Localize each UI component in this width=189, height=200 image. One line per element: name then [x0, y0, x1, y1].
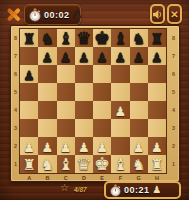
stopwatch-icon: [29, 8, 41, 22]
square-g2[interactable]: ♟: [130, 137, 148, 155]
square-c2[interactable]: ♟: [57, 137, 75, 155]
rank-label-6: 6: [166, 65, 181, 83]
square-f1[interactable]: ♝: [111, 155, 129, 173]
piece-white-pawn[interactable]: ♟: [133, 142, 145, 155]
piece-black-pawn[interactable]: ♟: [151, 52, 163, 65]
piece-white-rook[interactable]: ♜: [150, 158, 163, 173]
star-icon: ☆: [60, 183, 69, 193]
piece-white-knight[interactable]: ♞: [41, 158, 54, 173]
square-b4[interactable]: [38, 101, 56, 119]
square-c3[interactable]: [57, 119, 75, 137]
piece-black-knight[interactable]: ♞: [41, 32, 54, 47]
square-a5[interactable]: [20, 83, 38, 101]
rank-label-2: 2: [166, 137, 181, 155]
rank-label-5: 5: [166, 83, 181, 101]
piece-black-pawn[interactable]: ♟: [42, 52, 54, 65]
close-icon: ✕: [170, 9, 178, 20]
black-clock-panel: 00:02 ♟: [24, 4, 81, 25]
rank-label-2: 2: [11, 137, 20, 155]
piece-white-pawn[interactable]: ♟: [42, 142, 54, 155]
square-h2[interactable]: ♟: [148, 137, 166, 155]
piece-white-bishop[interactable]: ♝: [113, 157, 127, 173]
rank-label-3: 3: [166, 119, 181, 137]
piece-black-king[interactable]: ♚: [94, 29, 110, 47]
square-f7[interactable]: ♟: [111, 47, 129, 65]
rank-label-5: 5: [11, 83, 20, 101]
piece-black-pawn[interactable]: ♟: [115, 52, 127, 65]
square-h6[interactable]: [148, 65, 166, 83]
rank-labels-left: 87654321: [11, 29, 20, 173]
black-clock-time: 00:02: [44, 10, 70, 20]
rank-label-8: 8: [11, 29, 20, 47]
white-clock-panel: 00:21 ♟: [104, 181, 181, 199]
square-g7[interactable]: ♟: [130, 47, 148, 65]
file-label-a: A: [20, 173, 38, 182]
rank-label-4: 4: [166, 101, 181, 119]
piece-white-king[interactable]: ♚: [94, 155, 110, 173]
square-c7[interactable]: ♟: [57, 47, 75, 65]
square-h8[interactable]: ♜: [148, 29, 166, 47]
rank-label-1: 1: [166, 155, 181, 173]
square-d1[interactable]: ♛: [75, 155, 93, 173]
square-a4[interactable]: [20, 101, 38, 119]
square-e1[interactable]: ♚: [93, 155, 111, 173]
square-h7[interactable]: ♟: [148, 47, 166, 65]
square-b5[interactable]: [38, 83, 56, 101]
piece-black-pawn[interactable]: ♟: [23, 70, 35, 83]
piece-black-pawn[interactable]: ♟: [133, 52, 145, 65]
square-f3[interactable]: [111, 119, 129, 137]
square-a8[interactable]: ♜: [20, 29, 38, 47]
rank-label-8: 8: [166, 29, 181, 47]
square-d8[interactable]: ♛: [75, 29, 93, 47]
piece-black-bishop[interactable]: ♝: [113, 31, 127, 47]
piece-black-pawn[interactable]: ♟: [78, 52, 90, 65]
square-c6[interactable]: [57, 65, 75, 83]
square-f2[interactable]: [111, 137, 129, 155]
piece-black-rook[interactable]: ♜: [22, 32, 35, 47]
white-piece-icon: ♟: [153, 185, 162, 195]
white-clock-time: 00:21: [124, 185, 150, 195]
piece-black-pawn[interactable]: ♟: [96, 52, 108, 65]
square-b7[interactable]: ♟: [38, 47, 56, 65]
square-e7[interactable]: ♟: [93, 47, 111, 65]
square-f4[interactable]: ♟: [111, 101, 129, 119]
piece-white-bishop[interactable]: ♝: [58, 157, 72, 173]
square-d4[interactable]: [75, 101, 93, 119]
piece-white-pawn[interactable]: ♟: [151, 142, 163, 155]
piece-white-pawn[interactable]: ♟: [23, 142, 35, 155]
square-e4[interactable]: [93, 101, 111, 119]
square-f8[interactable]: ♝: [111, 29, 129, 47]
piece-white-queen[interactable]: ♛: [76, 156, 91, 173]
rank-label-6: 6: [11, 65, 20, 83]
square-b3[interactable]: [38, 119, 56, 137]
rank-label-4: 4: [11, 101, 20, 119]
chess-board: ♜♞♝♛♚♝♞♜♟♟♟♟♟♟♟♟♟♟♟♟♟♟♟♟♜♞♝♛♚♝♞♜: [20, 29, 166, 173]
square-a7[interactable]: [20, 47, 38, 65]
square-g3[interactable]: [130, 119, 148, 137]
piece-white-knight[interactable]: ♞: [132, 158, 145, 173]
square-h3[interactable]: [148, 119, 166, 137]
square-a3[interactable]: [20, 119, 38, 137]
file-label-b: B: [38, 173, 56, 182]
square-d5[interactable]: [75, 83, 93, 101]
stopwatch-icon: [110, 184, 121, 197]
square-e3[interactable]: [93, 119, 111, 137]
square-g1[interactable]: ♞: [130, 155, 148, 173]
square-d3[interactable]: [75, 119, 93, 137]
square-b6[interactable]: [38, 65, 56, 83]
piece-black-rook[interactable]: ♜: [150, 32, 163, 47]
square-h4[interactable]: [148, 101, 166, 119]
square-b2[interactable]: ♟: [38, 137, 56, 155]
file-label-c: C: [57, 173, 75, 182]
piece-white-pawn[interactable]: ♟: [115, 106, 127, 119]
rank-label-3: 3: [11, 119, 20, 137]
square-g4[interactable]: [130, 101, 148, 119]
piece-white-rook[interactable]: ♜: [22, 158, 35, 173]
square-d2[interactable]: ♟: [75, 137, 93, 155]
square-g8[interactable]: ♞: [130, 29, 148, 47]
square-e5[interactable]: [93, 83, 111, 101]
rank-labels-right: 87654321: [166, 29, 181, 173]
square-e6[interactable]: [93, 65, 111, 83]
sound-button[interactable]: [150, 4, 165, 24]
score-value: 4/87: [74, 186, 87, 193]
square-b8[interactable]: ♞: [38, 29, 56, 47]
piece-white-pawn[interactable]: ♟: [60, 142, 72, 155]
square-h5[interactable]: [148, 83, 166, 101]
square-g6[interactable]: [130, 65, 148, 83]
square-b1[interactable]: ♞: [38, 155, 56, 173]
piece-black-queen[interactable]: ♛: [76, 30, 91, 47]
square-d6[interactable]: [75, 65, 93, 83]
square-e8[interactable]: ♚: [93, 29, 111, 47]
piece-white-pawn[interactable]: ♟: [78, 142, 90, 155]
rank-label-1: 1: [11, 155, 20, 173]
square-f6[interactable]: [111, 65, 129, 83]
square-a2[interactable]: ♟: [20, 137, 38, 155]
square-g5[interactable]: [130, 83, 148, 101]
chess-game-screen: 00:02 ♟ ✕ 87654321 87654321 ABCDEFGH ♜♞♝…: [0, 0, 189, 200]
square-a6[interactable]: ♟: [20, 65, 38, 83]
chess-board-frame: 87654321 87654321 ABCDEFGH ♜♞♝♛♚♝♞♜♟♟♟♟♟…: [10, 25, 180, 182]
expand-icon[interactable]: [2, 3, 25, 26]
speaker-icon: [152, 9, 163, 20]
close-button[interactable]: ✕: [167, 4, 182, 24]
rank-label-7: 7: [11, 47, 20, 65]
rank-label-7: 7: [166, 47, 181, 65]
file-label-d: D: [75, 173, 93, 182]
piece-black-bishop[interactable]: ♝: [58, 31, 72, 47]
black-piece-icon: ♟: [73, 9, 83, 20]
square-f5[interactable]: [111, 83, 129, 101]
piece-black-knight[interactable]: ♞: [132, 32, 145, 47]
square-h1[interactable]: ♜: [148, 155, 166, 173]
square-c8[interactable]: ♝: [57, 29, 75, 47]
square-c1[interactable]: ♝: [57, 155, 75, 173]
piece-black-pawn[interactable]: ♟: [60, 52, 72, 65]
square-d7[interactable]: ♟: [75, 47, 93, 65]
square-c4[interactable]: [57, 101, 75, 119]
square-c5[interactable]: [57, 83, 75, 101]
square-a1[interactable]: ♜: [20, 155, 38, 173]
